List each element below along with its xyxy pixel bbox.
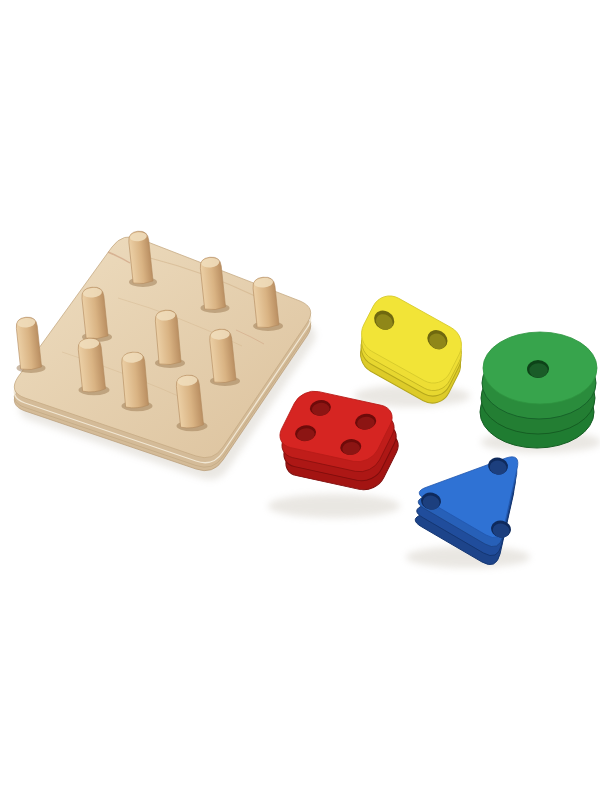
red-shadow: [268, 494, 400, 518]
toy-scene: [0, 0, 600, 800]
green-circle-stack: [480, 332, 600, 453]
product-photo: [0, 0, 600, 800]
green-hole-inner: [529, 363, 547, 378]
